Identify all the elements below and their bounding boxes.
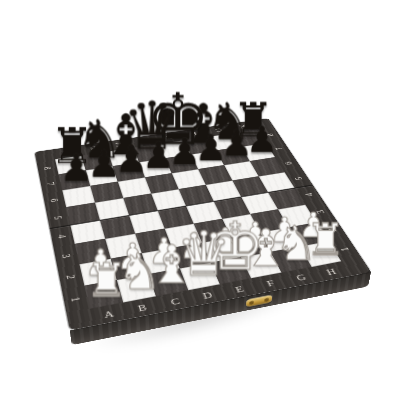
- brass-clasp-icon: [246, 295, 272, 307]
- square-b5[interactable]: [95, 198, 129, 220]
- product-photo-scene: ABCDEFGH8♜♞♝♛♚♝♞♜87♟♟♟♟♟♟♟♟7665544332♟♟♟…: [0, 0, 400, 400]
- square-d6[interactable]: [145, 173, 179, 193]
- piece-white-rook-a1[interactable]: ♜: [85, 256, 127, 303]
- label-right-6: 6: [273, 156, 305, 170]
- label-left-4: 4: [46, 227, 79, 245]
- piece-black-pawn-a7[interactable]: ♟: [59, 149, 93, 187]
